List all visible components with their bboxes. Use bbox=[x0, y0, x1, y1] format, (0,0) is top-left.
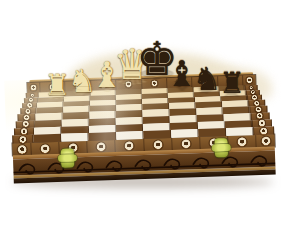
square bbox=[88, 132, 116, 141]
medallion-motif-icon bbox=[261, 136, 270, 145]
chess-set-photo: ♜♜♞♞♝♝♛♛♚♚♝♝♞♞♜♜ bbox=[0, 0, 286, 228]
border-cell bbox=[12, 135, 33, 144]
medallion-motif-icon bbox=[252, 95, 257, 100]
medallion-motif-icon bbox=[97, 142, 106, 151]
border-cell bbox=[88, 140, 117, 153]
square bbox=[116, 131, 144, 140]
border-cell bbox=[243, 75, 255, 85]
medallion-motif-icon bbox=[19, 136, 26, 143]
square bbox=[33, 134, 61, 143]
medallion-motif-icon bbox=[22, 121, 28, 127]
medallion-motif-icon bbox=[153, 140, 162, 149]
medallion-motif-icon bbox=[30, 85, 36, 91]
medallion-motif-icon bbox=[24, 114, 30, 120]
clasp-right bbox=[214, 138, 228, 157]
white-rook-reflection: ♜ bbox=[44, 89, 70, 100]
square bbox=[143, 130, 171, 139]
square bbox=[171, 129, 199, 138]
border-cell bbox=[27, 83, 40, 93]
medallion-motif-icon bbox=[181, 139, 190, 148]
medallion-motif-icon bbox=[254, 100, 259, 105]
medallion-motif-icon bbox=[258, 120, 265, 127]
border-cell bbox=[228, 135, 257, 148]
black-knight: ♞♞ bbox=[193, 63, 222, 127]
square bbox=[61, 133, 89, 142]
medallion-motif-icon bbox=[257, 113, 263, 119]
border-cell bbox=[144, 138, 173, 151]
border-cell bbox=[12, 143, 31, 156]
square bbox=[226, 127, 254, 136]
medallion-motif-icon bbox=[237, 137, 246, 146]
medallion-motif-icon bbox=[27, 103, 32, 108]
clasp-left bbox=[61, 148, 75, 167]
border-cell bbox=[256, 134, 274, 147]
medallion-motif-icon bbox=[41, 144, 50, 153]
border-cell bbox=[253, 126, 274, 135]
black-rook: ♜♜ bbox=[219, 69, 245, 127]
square bbox=[198, 128, 226, 137]
black-knight-reflection: ♞ bbox=[193, 83, 222, 95]
white-rook: ♜♜ bbox=[44, 71, 70, 129]
medallion-motif-icon bbox=[17, 145, 26, 154]
border-cell bbox=[172, 137, 201, 150]
black-rook-reflection: ♜ bbox=[219, 87, 245, 98]
medallion-motif-icon bbox=[26, 108, 31, 113]
medallion-motif-icon bbox=[246, 77, 252, 83]
medallion-motif-icon bbox=[260, 127, 267, 134]
medallion-motif-icon bbox=[255, 106, 261, 112]
medallion-motif-icon bbox=[21, 128, 28, 135]
border-cell bbox=[31, 142, 60, 155]
medallion-motif-icon bbox=[125, 141, 134, 150]
border-cell bbox=[116, 139, 145, 152]
